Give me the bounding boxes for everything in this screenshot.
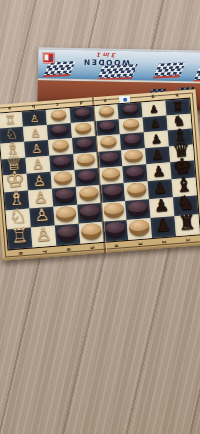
square-r6c1 — [4, 191, 29, 211]
square-r7c8 — [173, 195, 198, 216]
square-r7c7 — [149, 197, 174, 218]
box-art-checkerboard-icon — [153, 62, 186, 78]
square-r6c8 — [172, 177, 197, 197]
chess-board: 87654321abcdefgh ♖♙♟♜♘♙♟♞♗♙♟♝♕♙♟♛♔♙♟♚♗♙♟… — [0, 89, 200, 261]
square-r3c1 — [0, 142, 25, 160]
brand-logo-badge — [42, 52, 54, 63]
square-r5c2 — [27, 172, 52, 191]
square-r4c2 — [25, 156, 50, 174]
square-r4c7 — [145, 146, 170, 164]
square-r6c2 — [28, 189, 53, 209]
square-r3c8 — [168, 129, 193, 147]
square-r5c7 — [146, 162, 171, 181]
square-r5c1 — [3, 174, 28, 193]
square-r4c8 — [169, 145, 194, 163]
square-r7c2 — [29, 207, 54, 228]
box-title: WOODEN 3 in 1 — [60, 51, 152, 67]
square-r6c7 — [148, 179, 173, 199]
square-r3c7 — [144, 130, 169, 148]
box-art-checkerboard-icon — [193, 66, 200, 82]
label-sticker — [119, 95, 131, 103]
square-r5c8 — [170, 160, 195, 179]
square-r7c1 — [5, 209, 30, 230]
square-r3c2 — [24, 140, 49, 158]
square-r4c1 — [1, 158, 26, 176]
board-wood-frame: 87654321abcdefgh ♖♙♟♜♘♙♟♞♗♙♟♝♕♙♟♛♔♙♟♚♗♙♟… — [0, 89, 200, 261]
